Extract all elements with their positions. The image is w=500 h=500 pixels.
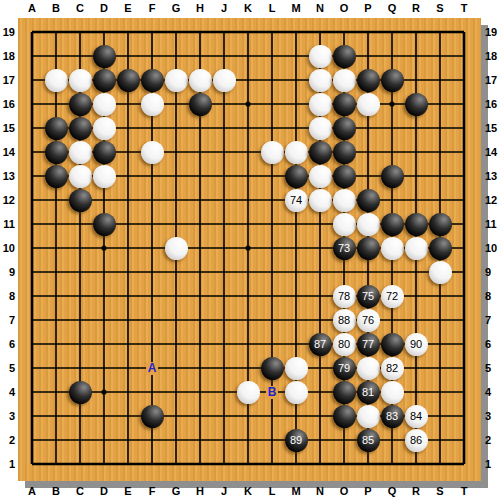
stone-white-O6: 80: [333, 333, 356, 356]
col-label-S: S: [428, 2, 452, 18]
stone-white-N18: [309, 45, 332, 68]
col-label-N: N: [308, 2, 332, 18]
stone-black-P17: [357, 69, 380, 92]
stone-white-S9: [429, 261, 452, 284]
col-label-F: F: [140, 2, 164, 18]
stone-black-P8: 75: [357, 285, 380, 308]
col-label-K: K: [236, 485, 260, 500]
stone-white-P16: [357, 93, 380, 116]
stone-white-C14: [69, 141, 92, 164]
row-label-13: 13: [0, 164, 16, 188]
row-labels-right: 19181716151413121110987654321: [485, 20, 500, 476]
row-label-5: 5: [485, 356, 500, 380]
col-label-B: B: [44, 2, 68, 18]
row-label-14: 14: [0, 140, 16, 164]
col-label-Q: Q: [380, 2, 404, 18]
row-label-9: 9: [0, 260, 16, 284]
stone-white-N13: [309, 165, 332, 188]
stone-white-Q10: [381, 237, 404, 260]
col-label-H: H: [188, 2, 212, 18]
stone-black-O10: 73: [333, 237, 356, 260]
column-labels-top: ABCDEFGHJKLMNOPQRST: [20, 2, 476, 18]
stone-white-M12: 74: [285, 189, 308, 212]
stone-white-P3: [357, 405, 380, 428]
stone-white-P7: 76: [357, 309, 380, 332]
col-label-C: C: [68, 485, 92, 500]
stone-black-P10: [357, 237, 380, 260]
stone-black-P2: 85: [357, 429, 380, 452]
stone-white-N15: [309, 117, 332, 140]
stone-black-F3: [141, 405, 164, 428]
col-label-H: H: [188, 485, 212, 500]
stone-black-D14: [93, 141, 116, 164]
stone-white-O11: [333, 213, 356, 236]
col-label-E: E: [116, 485, 140, 500]
stone-black-C15: [69, 117, 92, 140]
row-label-1: 1: [485, 452, 500, 476]
row-label-18: 18: [0, 44, 16, 68]
col-label-R: R: [404, 2, 428, 18]
stone-white-R2: 86: [405, 429, 428, 452]
stone-black-F17: [141, 69, 164, 92]
col-label-T: T: [452, 2, 476, 18]
row-label-7: 7: [0, 308, 16, 332]
col-label-P: P: [356, 485, 380, 500]
col-label-J: J: [212, 2, 236, 18]
stone-black-Q13: [381, 165, 404, 188]
row-label-5: 5: [0, 356, 16, 380]
row-label-1: 1: [0, 452, 16, 476]
stone-black-D17: [93, 69, 116, 92]
row-label-11: 11: [0, 212, 16, 236]
row-label-8: 8: [485, 284, 500, 308]
row-label-11: 11: [485, 212, 500, 236]
stone-black-O16: [333, 93, 356, 116]
col-label-F: F: [140, 485, 164, 500]
stone-black-O14: [333, 141, 356, 164]
stone-white-O8: 78: [333, 285, 356, 308]
stone-black-S10: [429, 237, 452, 260]
stone-black-P6: 77: [357, 333, 380, 356]
row-label-6: 6: [485, 332, 500, 356]
col-label-M: M: [284, 485, 308, 500]
col-label-M: M: [284, 2, 308, 18]
row-label-17: 17: [485, 68, 500, 92]
annotation-A-F5: A: [146, 362, 159, 375]
stone-black-O3: [333, 405, 356, 428]
stone-white-C13: [69, 165, 92, 188]
stone-white-F16: [141, 93, 164, 116]
stone-black-R16: [405, 93, 428, 116]
col-label-O: O: [332, 2, 356, 18]
stone-black-S11: [429, 213, 452, 236]
stone-black-C12: [69, 189, 92, 212]
col-label-Q: Q: [380, 485, 404, 500]
stone-black-O5: 79: [333, 357, 356, 380]
col-label-G: G: [164, 2, 188, 18]
stone-black-N14: [309, 141, 332, 164]
stone-black-L5: [261, 357, 284, 380]
stone-white-O12: [333, 189, 356, 212]
stone-black-B15: [45, 117, 68, 140]
col-label-S: S: [428, 485, 452, 500]
column-labels-bottom: ABCDEFGHJKLMNOPQRST: [20, 485, 476, 500]
stone-white-R10: [405, 237, 428, 260]
stone-black-P4: 81: [357, 381, 380, 404]
stone-white-P5: [357, 357, 380, 380]
row-label-2: 2: [0, 428, 16, 452]
stone-black-B14: [45, 141, 68, 164]
stone-white-D15: [93, 117, 116, 140]
stone-black-O18: [333, 45, 356, 68]
row-label-12: 12: [485, 188, 500, 212]
stone-white-M14: [285, 141, 308, 164]
stone-white-G10: [165, 237, 188, 260]
col-label-D: D: [92, 2, 116, 18]
stone-white-C17: [69, 69, 92, 92]
col-label-N: N: [308, 485, 332, 500]
row-label-12: 12: [0, 188, 16, 212]
stone-white-K4: [237, 381, 260, 404]
stone-white-M4: [285, 381, 308, 404]
col-label-T: T: [452, 485, 476, 500]
row-label-13: 13: [485, 164, 500, 188]
stone-white-Q4: [381, 381, 404, 404]
stone-black-D18: [93, 45, 116, 68]
stone-black-H16: [189, 93, 212, 116]
row-label-9: 9: [485, 260, 500, 284]
stone-black-M13: [285, 165, 308, 188]
stone-black-E17: [117, 69, 140, 92]
stone-white-N12: [309, 189, 332, 212]
stone-black-P12: [357, 189, 380, 212]
row-label-10: 10: [0, 236, 16, 260]
stone-white-O17: [333, 69, 356, 92]
stone-white-P11: [357, 213, 380, 236]
col-label-K: K: [236, 2, 260, 18]
row-label-15: 15: [485, 116, 500, 140]
col-label-A: A: [20, 485, 44, 500]
stone-black-R11: [405, 213, 428, 236]
col-label-J: J: [212, 485, 236, 500]
col-label-L: L: [260, 485, 284, 500]
row-label-16: 16: [0, 92, 16, 116]
col-label-G: G: [164, 485, 188, 500]
row-label-17: 17: [0, 68, 16, 92]
stone-white-F14: [141, 141, 164, 164]
stone-black-C4: [69, 381, 92, 404]
col-label-O: O: [332, 485, 356, 500]
stone-white-J17: [213, 69, 236, 92]
stones-layer: 74737875728876878077907982818384898586AB: [20, 20, 476, 476]
goban[interactable]: 74737875728876878077907982818384898586AB: [18, 18, 481, 481]
row-label-15: 15: [0, 116, 16, 140]
stone-white-H17: [189, 69, 212, 92]
stone-white-R3: 84: [405, 405, 428, 428]
row-label-7: 7: [485, 308, 500, 332]
row-label-4: 4: [485, 380, 500, 404]
stone-black-O13: [333, 165, 356, 188]
row-label-2: 2: [485, 428, 500, 452]
stone-black-Q6: [381, 333, 404, 356]
row-label-6: 6: [0, 332, 16, 356]
annotation-B-L4: B: [266, 386, 279, 399]
stone-white-M5: [285, 357, 308, 380]
stone-black-Q17: [381, 69, 404, 92]
row-label-10: 10: [485, 236, 500, 260]
stone-black-D11: [93, 213, 116, 236]
stone-white-G17: [165, 69, 188, 92]
col-label-A: A: [20, 2, 44, 18]
row-label-3: 3: [0, 404, 16, 428]
stone-black-C16: [69, 93, 92, 116]
col-label-D: D: [92, 485, 116, 500]
stone-white-Q5: 82: [381, 357, 404, 380]
stone-black-B13: [45, 165, 68, 188]
stone-white-B17: [45, 69, 68, 92]
col-label-C: C: [68, 2, 92, 18]
stone-white-R6: 90: [405, 333, 428, 356]
stone-white-D16: [93, 93, 116, 116]
col-label-L: L: [260, 2, 284, 18]
row-label-3: 3: [485, 404, 500, 428]
row-label-4: 4: [0, 380, 16, 404]
stone-black-Q3: 83: [381, 405, 404, 428]
stone-white-O7: 88: [333, 309, 356, 332]
stone-black-M2: 89: [285, 429, 308, 452]
stone-white-N17: [309, 69, 332, 92]
stone-black-Q11: [381, 213, 404, 236]
stone-white-D13: [93, 165, 116, 188]
row-label-8: 8: [0, 284, 16, 308]
row-labels-left: 19181716151413121110987654321: [0, 20, 16, 476]
go-diagram-page: 74737875728876878077907982818384898586AB…: [0, 0, 500, 500]
col-label-R: R: [404, 485, 428, 500]
row-label-16: 16: [485, 92, 500, 116]
stone-black-O4: [333, 381, 356, 404]
stone-white-Q8: 72: [381, 285, 404, 308]
col-label-P: P: [356, 2, 380, 18]
row-label-19: 19: [485, 20, 500, 44]
stone-white-N16: [309, 93, 332, 116]
col-label-E: E: [116, 2, 140, 18]
stone-white-L14: [261, 141, 284, 164]
stone-black-O15: [333, 117, 356, 140]
col-label-B: B: [44, 485, 68, 500]
row-label-14: 14: [485, 140, 500, 164]
stone-black-N6: 87: [309, 333, 332, 356]
row-label-18: 18: [485, 44, 500, 68]
row-label-19: 19: [0, 20, 16, 44]
